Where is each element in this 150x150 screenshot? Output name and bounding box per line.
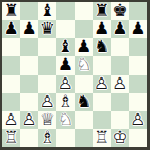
square-b1[interactable] [20,129,38,147]
square-b7[interactable]: ♟ [20,20,38,38]
square-h6[interactable] [129,38,147,56]
piece-white-king: ♚♔ [111,129,129,147]
piece-white-bishop: ♝♗ [38,129,56,147]
square-b4[interactable] [20,75,38,93]
square-f4[interactable]: ♟♙ [93,75,111,93]
square-a5[interactable] [2,56,20,74]
piece-white-rook: ♜♖ [2,129,20,147]
square-h4[interactable] [129,75,147,93]
piece-white-pawn: ♟♙ [111,75,129,93]
piece-black-pawn: ♟ [111,20,129,38]
square-g1[interactable]: ♚♔ [111,129,129,147]
square-f5[interactable] [93,56,111,74]
square-g3[interactable] [111,93,129,111]
square-b6[interactable] [20,38,38,56]
square-e3[interactable]: ♞ [75,93,93,111]
piece-white-knight: ♞♘ [75,56,93,74]
square-f6[interactable]: ♞ [93,38,111,56]
square-g4[interactable]: ♟♙ [111,75,129,93]
square-h5[interactable] [129,56,147,74]
square-e4[interactable] [75,75,93,93]
square-h1[interactable] [129,129,147,147]
square-h7[interactable]: ♟ [129,20,147,38]
square-c5[interactable] [38,56,56,74]
piece-black-pawn: ♟ [56,56,74,74]
piece-black-queen: ♛ [38,20,56,38]
chess-diagram: ♜♝♜♚♟♟♛♟♟♟♝♟♞♟♞♘♟♙♟♙♟♙♟♙♝♗♞♟♙♟♙♛♕♞♘♟♙♜♖♝… [0,0,150,150]
piece-black-pawn: ♟ [129,20,147,38]
square-b2[interactable]: ♟♙ [20,111,38,129]
square-d4[interactable]: ♟♙ [56,75,74,93]
square-c7[interactable]: ♛ [38,20,56,38]
square-a1[interactable]: ♜♖ [2,129,20,147]
square-d1[interactable] [56,129,74,147]
square-e1[interactable] [75,129,93,147]
piece-white-pawn: ♟♙ [56,75,74,93]
square-c4[interactable] [38,75,56,93]
piece-black-pawn: ♟ [2,20,20,38]
square-c6[interactable] [38,38,56,56]
piece-white-pawn: ♟♙ [20,111,38,129]
square-d5[interactable]: ♟ [56,56,74,74]
square-g5[interactable] [111,56,129,74]
square-d2[interactable]: ♞♘ [56,111,74,129]
square-g7[interactable]: ♟ [111,20,129,38]
square-h2[interactable]: ♟♙ [129,111,147,129]
square-c1[interactable]: ♝♗ [38,129,56,147]
square-e8[interactable] [75,2,93,20]
square-b5[interactable] [20,56,38,74]
piece-white-pawn: ♟♙ [93,75,111,93]
piece-black-knight: ♞ [75,93,93,111]
square-f1[interactable]: ♜♖ [93,129,111,147]
square-a7[interactable]: ♟ [2,20,20,38]
piece-white-rook: ♜♖ [93,129,111,147]
square-g6[interactable] [111,38,129,56]
square-e2[interactable] [75,111,93,129]
piece-white-pawn: ♟♙ [129,111,147,129]
piece-black-knight: ♞ [93,38,111,56]
square-d8[interactable] [56,2,74,20]
square-f3[interactable] [93,93,111,111]
piece-white-knight: ♞♘ [56,111,74,129]
square-e5[interactable]: ♞♘ [75,56,93,74]
chess-board: ♜♝♜♚♟♟♛♟♟♟♝♟♞♟♞♘♟♙♟♙♟♙♟♙♝♗♞♟♙♟♙♛♕♞♘♟♙♜♖♝… [0,0,150,150]
square-a4[interactable] [2,75,20,93]
piece-black-pawn: ♟ [20,20,38,38]
square-a6[interactable] [2,38,20,56]
